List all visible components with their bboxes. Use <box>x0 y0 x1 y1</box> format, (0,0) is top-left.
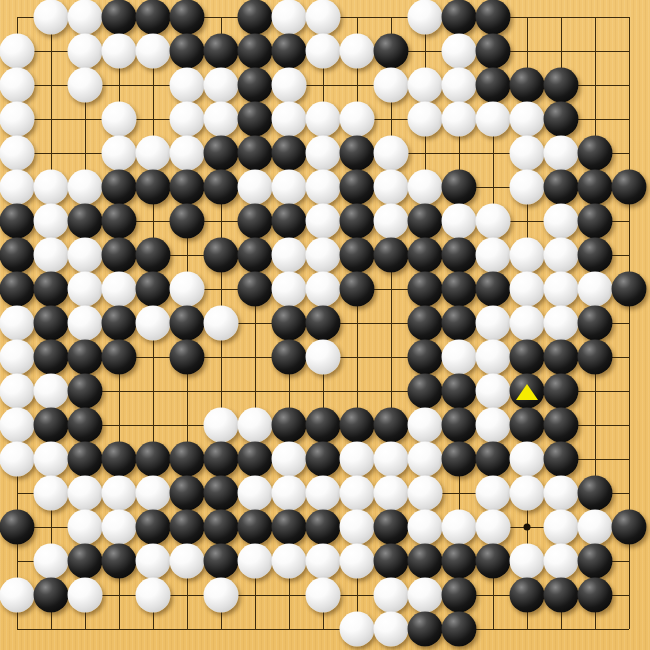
black-stone <box>204 34 239 69</box>
white-stone <box>340 476 375 511</box>
white-stone <box>136 476 171 511</box>
white-stone <box>476 306 511 341</box>
black-stone <box>442 374 477 409</box>
black-stone <box>442 544 477 579</box>
black-stone <box>68 544 103 579</box>
white-stone <box>170 272 205 307</box>
white-stone <box>476 374 511 409</box>
white-stone <box>0 442 35 477</box>
white-stone <box>442 510 477 545</box>
black-stone <box>238 136 273 171</box>
black-stone <box>238 0 273 35</box>
black-stone <box>204 238 239 273</box>
black-stone <box>544 578 579 613</box>
white-stone <box>578 272 613 307</box>
white-stone <box>374 612 409 647</box>
white-stone <box>306 272 341 307</box>
white-stone <box>204 68 239 103</box>
white-stone <box>170 68 205 103</box>
black-stone <box>544 102 579 137</box>
black-stone <box>136 510 171 545</box>
black-stone <box>306 510 341 545</box>
white-stone <box>544 238 579 273</box>
white-stone <box>306 238 341 273</box>
white-stone <box>204 578 239 613</box>
white-stone <box>510 170 545 205</box>
black-stone <box>272 408 307 443</box>
white-stone <box>374 578 409 613</box>
white-stone <box>408 578 443 613</box>
black-stone <box>408 238 443 273</box>
white-stone <box>476 102 511 137</box>
black-stone <box>544 340 579 375</box>
white-stone <box>68 510 103 545</box>
black-stone <box>272 34 307 69</box>
black-stone <box>442 238 477 273</box>
white-stone <box>272 442 307 477</box>
black-stone <box>272 136 307 171</box>
white-stone <box>544 272 579 307</box>
black-stone <box>442 306 477 341</box>
white-stone <box>34 170 69 205</box>
black-stone <box>238 442 273 477</box>
white-stone <box>340 102 375 137</box>
black-stone <box>68 374 103 409</box>
white-stone <box>102 34 137 69</box>
last-move-triangle-marker <box>516 384 538 400</box>
black-stone <box>578 476 613 511</box>
white-stone <box>544 136 579 171</box>
black-stone <box>612 272 647 307</box>
white-stone <box>340 510 375 545</box>
black-stone <box>374 510 409 545</box>
black-stone <box>544 374 579 409</box>
black-stone <box>476 34 511 69</box>
black-stone <box>170 170 205 205</box>
white-stone <box>544 544 579 579</box>
black-stone <box>68 340 103 375</box>
white-stone <box>238 544 273 579</box>
black-stone <box>34 272 69 307</box>
white-stone <box>34 0 69 35</box>
star-point <box>524 524 531 531</box>
black-stone <box>204 544 239 579</box>
white-stone <box>170 544 205 579</box>
black-stone <box>476 442 511 477</box>
black-stone <box>510 578 545 613</box>
white-stone <box>510 136 545 171</box>
white-stone <box>0 340 35 375</box>
black-stone <box>340 204 375 239</box>
black-stone <box>578 578 613 613</box>
black-stone <box>374 238 409 273</box>
white-stone <box>102 102 137 137</box>
white-stone <box>408 408 443 443</box>
black-stone <box>476 544 511 579</box>
white-stone <box>544 204 579 239</box>
black-stone <box>544 408 579 443</box>
white-stone <box>34 442 69 477</box>
white-stone <box>340 544 375 579</box>
white-stone <box>510 272 545 307</box>
white-stone <box>68 476 103 511</box>
black-stone <box>170 0 205 35</box>
white-stone <box>68 0 103 35</box>
black-stone <box>272 510 307 545</box>
black-stone <box>204 442 239 477</box>
black-stone <box>0 272 35 307</box>
black-stone <box>374 544 409 579</box>
white-stone <box>136 136 171 171</box>
black-stone <box>272 204 307 239</box>
white-stone <box>544 476 579 511</box>
black-stone <box>578 306 613 341</box>
black-stone <box>170 34 205 69</box>
black-stone <box>510 340 545 375</box>
white-stone <box>306 340 341 375</box>
black-stone <box>442 612 477 647</box>
white-stone <box>306 204 341 239</box>
black-stone <box>238 510 273 545</box>
white-stone <box>34 204 69 239</box>
black-stone <box>136 238 171 273</box>
white-stone <box>68 306 103 341</box>
white-stone <box>374 136 409 171</box>
black-stone <box>136 0 171 35</box>
black-stone <box>68 442 103 477</box>
white-stone <box>374 204 409 239</box>
black-stone <box>272 306 307 341</box>
white-stone <box>442 34 477 69</box>
black-stone <box>272 340 307 375</box>
white-stone <box>476 408 511 443</box>
white-stone <box>476 476 511 511</box>
white-stone <box>0 374 35 409</box>
white-stone <box>544 510 579 545</box>
black-stone <box>578 204 613 239</box>
black-stone <box>170 476 205 511</box>
black-stone <box>238 204 273 239</box>
white-stone <box>34 374 69 409</box>
black-stone <box>238 68 273 103</box>
black-stone <box>34 340 69 375</box>
white-stone <box>238 476 273 511</box>
white-stone <box>0 578 35 613</box>
black-stone <box>238 238 273 273</box>
white-stone <box>238 408 273 443</box>
white-stone <box>68 68 103 103</box>
white-stone <box>0 34 35 69</box>
black-stone <box>68 204 103 239</box>
black-stone <box>442 170 477 205</box>
black-stone <box>306 306 341 341</box>
white-stone <box>136 578 171 613</box>
go-board[interactable] <box>0 0 650 650</box>
white-stone <box>510 306 545 341</box>
white-stone <box>0 170 35 205</box>
black-stone <box>102 544 137 579</box>
black-stone <box>170 306 205 341</box>
black-stone <box>612 510 647 545</box>
black-stone <box>340 408 375 443</box>
white-stone <box>136 306 171 341</box>
black-stone <box>510 68 545 103</box>
black-stone <box>544 170 579 205</box>
white-stone <box>374 68 409 103</box>
black-stone <box>442 578 477 613</box>
black-stone <box>306 408 341 443</box>
white-stone <box>510 238 545 273</box>
white-stone <box>34 238 69 273</box>
black-stone <box>408 374 443 409</box>
white-stone <box>476 340 511 375</box>
white-stone <box>340 612 375 647</box>
white-stone <box>272 102 307 137</box>
white-stone <box>102 272 137 307</box>
black-stone <box>306 442 341 477</box>
black-stone <box>34 578 69 613</box>
white-stone <box>272 0 307 35</box>
white-stone <box>0 408 35 443</box>
white-stone <box>306 102 341 137</box>
black-stone <box>170 340 205 375</box>
black-stone <box>340 136 375 171</box>
black-stone <box>408 272 443 307</box>
white-stone <box>68 170 103 205</box>
white-stone <box>0 102 35 137</box>
black-stone <box>204 476 239 511</box>
white-stone <box>68 272 103 307</box>
white-stone <box>374 170 409 205</box>
white-stone <box>68 34 103 69</box>
black-stone <box>102 0 137 35</box>
white-stone <box>272 238 307 273</box>
white-stone <box>136 544 171 579</box>
black-stone <box>408 340 443 375</box>
black-stone <box>170 442 205 477</box>
black-stone <box>408 306 443 341</box>
black-stone <box>238 34 273 69</box>
white-stone <box>374 476 409 511</box>
black-stone <box>476 272 511 307</box>
white-stone <box>204 102 239 137</box>
black-stone <box>578 340 613 375</box>
black-stone <box>34 306 69 341</box>
white-stone <box>408 68 443 103</box>
white-stone <box>340 442 375 477</box>
black-stone <box>374 408 409 443</box>
white-stone <box>408 170 443 205</box>
black-stone <box>612 170 647 205</box>
black-stone <box>0 510 35 545</box>
black-stone <box>442 442 477 477</box>
white-stone <box>306 544 341 579</box>
white-stone <box>238 170 273 205</box>
black-stone <box>408 544 443 579</box>
white-stone <box>544 306 579 341</box>
white-stone <box>442 340 477 375</box>
white-stone <box>204 408 239 443</box>
white-stone <box>68 238 103 273</box>
black-stone <box>476 0 511 35</box>
black-stone <box>238 102 273 137</box>
black-stone <box>238 272 273 307</box>
white-stone <box>510 476 545 511</box>
black-stone <box>0 204 35 239</box>
white-stone <box>272 170 307 205</box>
white-stone <box>34 476 69 511</box>
white-stone <box>306 136 341 171</box>
black-stone <box>442 408 477 443</box>
white-stone <box>170 102 205 137</box>
black-stone <box>374 34 409 69</box>
black-stone <box>170 204 205 239</box>
white-stone <box>408 0 443 35</box>
white-stone <box>442 102 477 137</box>
white-stone <box>102 476 137 511</box>
black-stone <box>510 408 545 443</box>
black-stone <box>578 544 613 579</box>
black-stone <box>102 204 137 239</box>
white-stone <box>306 0 341 35</box>
black-stone <box>544 442 579 477</box>
white-stone <box>102 510 137 545</box>
white-stone <box>408 442 443 477</box>
white-stone <box>272 476 307 511</box>
black-stone <box>442 272 477 307</box>
white-stone <box>408 476 443 511</box>
black-stone <box>578 136 613 171</box>
white-stone <box>136 34 171 69</box>
white-stone <box>306 578 341 613</box>
black-stone <box>170 510 205 545</box>
black-stone <box>204 510 239 545</box>
white-stone <box>476 204 511 239</box>
black-stone <box>136 272 171 307</box>
black-stone <box>136 170 171 205</box>
black-stone <box>578 170 613 205</box>
white-stone <box>272 544 307 579</box>
white-stone <box>102 136 137 171</box>
white-stone <box>578 510 613 545</box>
black-stone <box>408 204 443 239</box>
white-stone <box>272 68 307 103</box>
white-stone <box>408 510 443 545</box>
black-stone <box>204 170 239 205</box>
white-stone <box>442 68 477 103</box>
black-stone <box>442 0 477 35</box>
black-stone <box>578 238 613 273</box>
black-stone <box>340 238 375 273</box>
black-stone <box>476 68 511 103</box>
white-stone <box>34 544 69 579</box>
white-stone <box>0 68 35 103</box>
white-stone <box>510 442 545 477</box>
white-stone <box>0 136 35 171</box>
white-stone <box>340 34 375 69</box>
black-stone <box>0 238 35 273</box>
white-stone <box>476 238 511 273</box>
white-stone <box>510 544 545 579</box>
black-stone <box>102 170 137 205</box>
white-stone <box>476 510 511 545</box>
black-stone <box>34 408 69 443</box>
black-stone <box>340 170 375 205</box>
black-stone <box>102 442 137 477</box>
black-stone <box>102 340 137 375</box>
white-stone <box>306 34 341 69</box>
black-stone <box>102 238 137 273</box>
white-stone <box>68 578 103 613</box>
black-stone <box>544 68 579 103</box>
white-stone <box>204 306 239 341</box>
white-stone <box>0 306 35 341</box>
black-stone <box>68 408 103 443</box>
white-stone <box>170 136 205 171</box>
black-stone <box>102 306 137 341</box>
white-stone <box>510 102 545 137</box>
black-stone <box>340 272 375 307</box>
white-stone <box>306 170 341 205</box>
white-stone <box>374 442 409 477</box>
white-stone <box>272 272 307 307</box>
white-stone <box>442 204 477 239</box>
black-stone <box>204 136 239 171</box>
black-stone <box>408 612 443 647</box>
white-stone <box>306 476 341 511</box>
black-stone <box>136 442 171 477</box>
white-stone <box>408 102 443 137</box>
